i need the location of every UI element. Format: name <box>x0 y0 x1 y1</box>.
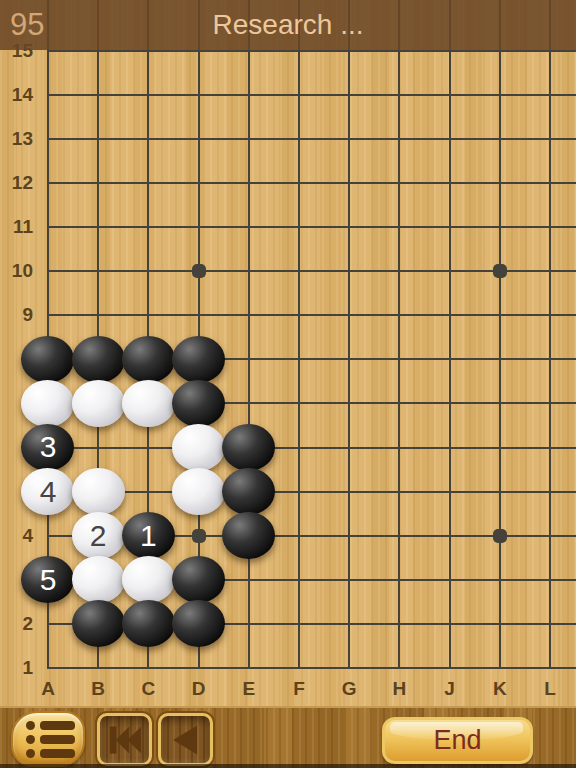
black-stone-E6[interactable] <box>222 424 275 471</box>
intersection-A3: 5 <box>23 558 73 602</box>
intersection-D3 <box>173 558 223 602</box>
intersection-A5: 4 <box>23 470 73 514</box>
intersection-A7 <box>23 381 73 425</box>
moves-list-button[interactable] <box>11 711 85 767</box>
white-stone-A5[interactable]: 4 <box>21 468 74 515</box>
white-stone-C7[interactable] <box>122 380 175 427</box>
white-stone-D6[interactable] <box>172 424 225 471</box>
white-stone-B4[interactable]: 2 <box>72 512 125 559</box>
intersection-E6 <box>224 425 274 469</box>
list-bullet-icon <box>26 721 35 730</box>
white-stone-B7[interactable] <box>72 380 125 427</box>
list-icon <box>26 721 83 730</box>
star-point-K10 <box>475 249 525 293</box>
intersection-D8 <box>173 337 223 381</box>
star-point-D4 <box>173 514 223 558</box>
white-stone-A7[interactable] <box>21 380 74 427</box>
intersection-C2 <box>123 602 173 646</box>
intersection-A8 <box>23 337 73 381</box>
list-icon <box>26 735 83 744</box>
black-stone-A3[interactable]: 5 <box>21 556 74 603</box>
intersection-B4: 2 <box>73 514 123 558</box>
intersection-D7 <box>173 381 223 425</box>
white-stone-B5[interactable] <box>72 468 125 515</box>
intersection-E4 <box>224 514 274 558</box>
move-number-label: 4 <box>40 477 57 507</box>
black-stone-D2[interactable] <box>172 600 225 647</box>
white-stone-C3[interactable] <box>122 556 175 603</box>
black-stone-C8[interactable] <box>122 336 175 383</box>
move-number-label: 3 <box>40 432 57 462</box>
go-board[interactable]: 151413121110987654321ABCDEFGHJKL 34215 <box>0 0 576 706</box>
list-line-icon <box>40 721 75 730</box>
list-bullet-icon <box>26 735 35 744</box>
black-stone-D8[interactable] <box>172 336 225 383</box>
toolbar: End <box>0 706 576 768</box>
white-stone-D5[interactable] <box>172 468 225 515</box>
page-title: Research ... <box>0 0 576 50</box>
intersection-D5 <box>173 470 223 514</box>
intersection-D6 <box>173 425 223 469</box>
intersection-E5 <box>224 470 274 514</box>
move-number-label: 1 <box>140 521 157 551</box>
intersection-C4: 1 <box>123 514 173 558</box>
star-point-dot <box>493 264 507 278</box>
star-point-dot <box>493 529 507 543</box>
intersection-B8 <box>73 337 123 381</box>
list-line-icon <box>40 735 75 744</box>
white-stone-B3[interactable] <box>72 556 125 603</box>
intersection-B2 <box>73 602 123 646</box>
skip-to-start-icon <box>106 723 144 757</box>
black-stone-B8[interactable] <box>72 336 125 383</box>
black-stone-C4[interactable]: 1 <box>122 512 175 559</box>
step-back-icon <box>168 723 204 757</box>
black-stone-D3[interactable] <box>172 556 225 603</box>
intersection-A6: 3 <box>23 425 73 469</box>
star-point-dot <box>192 264 206 278</box>
black-stone-A8[interactable] <box>21 336 74 383</box>
end-button[interactable]: End <box>382 717 533 764</box>
star-point-K4 <box>475 514 525 558</box>
list-bullet-icon <box>26 749 35 758</box>
move-number-label: 5 <box>40 565 57 595</box>
black-stone-A6[interactable]: 3 <box>21 424 74 471</box>
black-stone-D7[interactable] <box>172 380 225 427</box>
skip-to-start-button[interactable] <box>97 713 152 766</box>
list-icon <box>26 749 83 758</box>
move-number-label: 2 <box>90 521 107 551</box>
end-button-face: End <box>385 720 530 761</box>
black-stone-E4[interactable] <box>222 512 275 559</box>
intersection-D2 <box>173 602 223 646</box>
intersection-B7 <box>73 381 123 425</box>
intersection-C3 <box>123 558 173 602</box>
black-stone-C2[interactable] <box>122 600 175 647</box>
move-number: 95 <box>10 0 44 50</box>
list-line-icon <box>40 749 75 758</box>
star-point-D10 <box>173 249 223 293</box>
intersection-B5 <box>73 470 123 514</box>
stones-grid: 34215 <box>23 29 575 690</box>
intersection-C7 <box>123 381 173 425</box>
intersection-B3 <box>73 558 123 602</box>
end-button-label: End <box>433 725 481 756</box>
intersection-C8 <box>123 337 173 381</box>
step-back-button[interactable] <box>158 713 213 766</box>
star-point-dot <box>192 529 206 543</box>
black-stone-E5[interactable] <box>222 468 275 515</box>
go-app-screen: 151413121110987654321ABCDEFGHJKL 34215 R… <box>0 0 576 768</box>
header-bar: Research ... 95 <box>0 0 576 50</box>
black-stone-B2[interactable] <box>72 600 125 647</box>
